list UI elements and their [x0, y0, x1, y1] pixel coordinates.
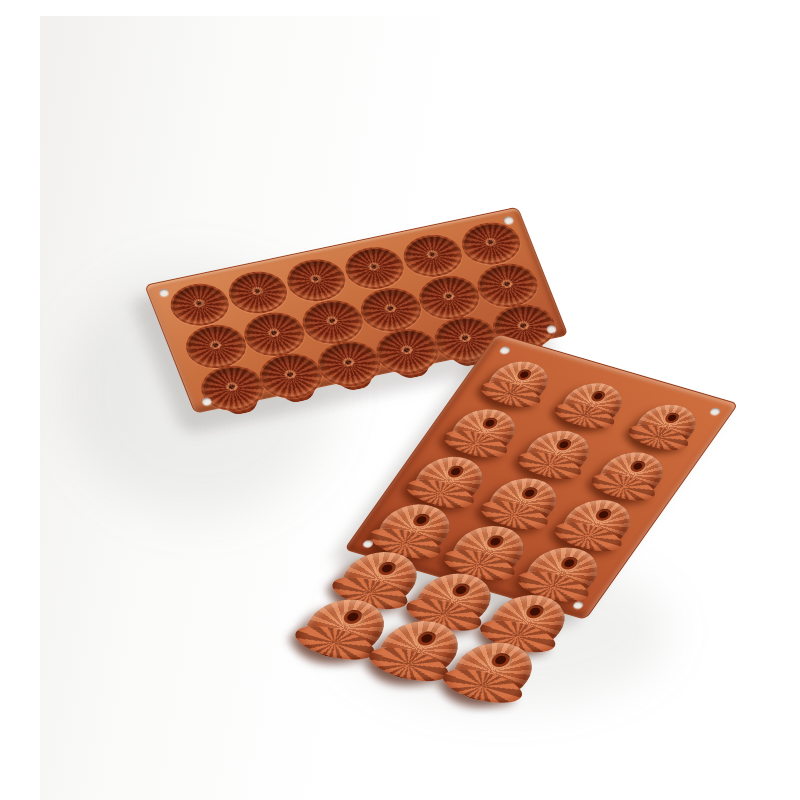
- bundt-dome: [478, 355, 559, 411]
- product-photo: Two terracotta-coloured 18-cavity silico…: [40, 16, 800, 800]
- photo-caption: Two terracotta-coloured 18-cavity silico…: [40, 16, 41, 17]
- front-mold: [344, 333, 739, 620]
- front-mold-grid: [345, 334, 737, 619]
- bundt-dome: [625, 398, 706, 454]
- bundt-dome: [552, 377, 633, 433]
